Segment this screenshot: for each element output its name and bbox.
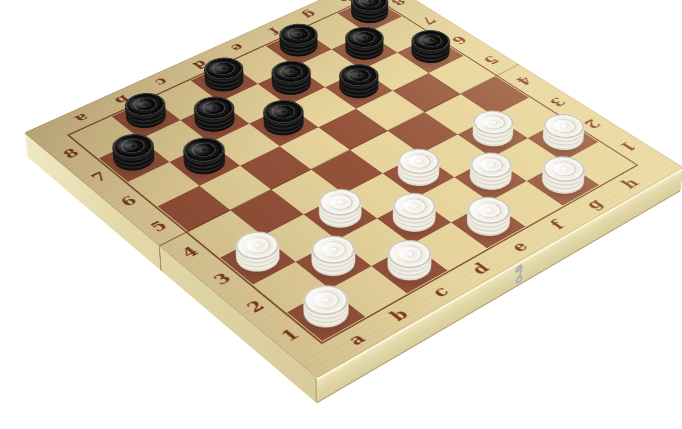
piece-white-c3 bbox=[311, 198, 370, 235]
piece-white-e1 bbox=[458, 206, 517, 243]
piece-black-a7 bbox=[106, 143, 162, 177]
piece-white-e3 bbox=[390, 158, 447, 193]
scene: 8765432187654321abcdefghabcdefgh bbox=[0, 0, 682, 429]
piece-black-b6 bbox=[176, 147, 233, 182]
piece-white-a3 bbox=[228, 240, 288, 279]
fold-seam-side bbox=[159, 246, 162, 271]
piece-white-d2 bbox=[385, 202, 444, 239]
piece-white-f2 bbox=[462, 162, 520, 197]
piece-white-c1 bbox=[379, 249, 440, 288]
piece-white-g1 bbox=[534, 166, 592, 201]
piece-white-a1 bbox=[295, 294, 357, 336]
piece-white-b2 bbox=[303, 245, 364, 284]
board: 8765432187654321abcdefghabcdefgh bbox=[24, 0, 682, 378]
